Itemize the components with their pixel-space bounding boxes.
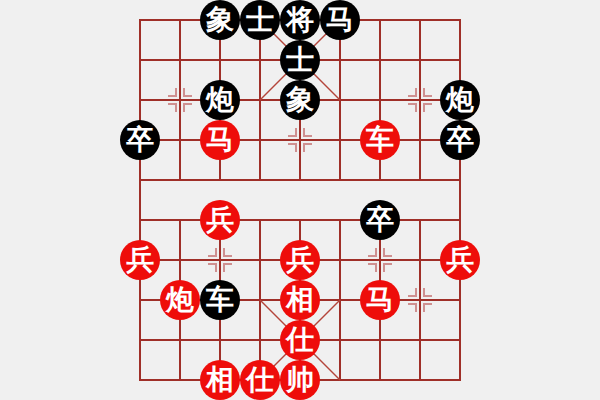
piece-red-soldier[interactable]: 兵 <box>280 240 320 280</box>
piece-red-soldier[interactable]: 兵 <box>200 200 240 240</box>
piece-black-horse[interactable]: 马 <box>320 0 360 40</box>
piece-red-elephant[interactable]: 相 <box>280 280 320 320</box>
piece-red-horse[interactable]: 马 <box>360 280 400 320</box>
piece-black-cannon[interactable]: 炮 <box>200 80 240 120</box>
piece-red-soldier[interactable]: 兵 <box>120 240 160 280</box>
piece-black-advisor[interactable]: 士 <box>280 40 320 80</box>
piece-black-chariot[interactable]: 车 <box>200 280 240 320</box>
piece-black-advisor[interactable]: 士 <box>240 0 280 40</box>
piece-red-advisor[interactable]: 仕 <box>240 360 280 400</box>
piece-red-general[interactable]: 帅 <box>280 360 320 400</box>
piece-red-horse[interactable]: 马 <box>200 120 240 160</box>
xiangqi-board: 象士将马士炮象炮卒马车卒兵卒兵兵兵炮车相马仕相仕帅 <box>0 0 600 400</box>
board-intersections-grid: 象士将马士炮象炮卒马车卒兵卒兵兵兵炮车相马仕相仕帅 <box>120 0 480 400</box>
piece-black-soldier[interactable]: 卒 <box>440 120 480 160</box>
piece-black-elephant[interactable]: 象 <box>200 0 240 40</box>
piece-black-elephant[interactable]: 象 <box>280 80 320 120</box>
piece-black-cannon[interactable]: 炮 <box>440 80 480 120</box>
piece-black-soldier[interactable]: 卒 <box>360 200 400 240</box>
piece-red-chariot[interactable]: 车 <box>360 120 400 160</box>
piece-red-soldier[interactable]: 兵 <box>440 240 480 280</box>
piece-red-elephant[interactable]: 相 <box>200 360 240 400</box>
piece-red-cannon[interactable]: 炮 <box>160 280 200 320</box>
piece-black-soldier[interactable]: 卒 <box>120 120 160 160</box>
piece-red-advisor[interactable]: 仕 <box>280 320 320 360</box>
piece-black-general[interactable]: 将 <box>280 0 320 40</box>
